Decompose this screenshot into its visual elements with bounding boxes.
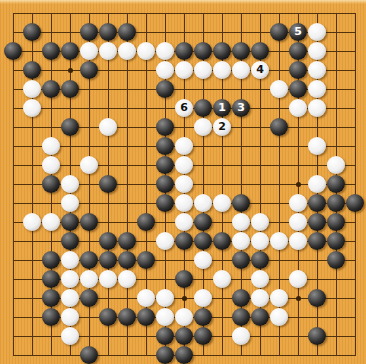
white-stone	[23, 213, 41, 231]
black-stone	[289, 23, 307, 41]
black-stone	[118, 308, 136, 326]
white-stone	[308, 137, 326, 155]
white-stone	[308, 61, 326, 79]
white-stone	[175, 61, 193, 79]
black-stone	[175, 270, 193, 288]
black-stone	[156, 80, 174, 98]
white-stone	[232, 327, 250, 345]
black-stone	[213, 232, 231, 250]
black-stone	[308, 232, 326, 250]
black-stone	[42, 175, 60, 193]
white-stone	[251, 213, 269, 231]
black-stone	[213, 42, 231, 60]
black-stone	[156, 137, 174, 155]
black-stone	[80, 289, 98, 307]
black-stone	[42, 251, 60, 269]
black-stone	[42, 289, 60, 307]
black-stone	[42, 80, 60, 98]
white-stone	[61, 175, 79, 193]
black-stone	[42, 270, 60, 288]
white-stone	[42, 156, 60, 174]
black-stone	[118, 232, 136, 250]
white-stone	[213, 270, 231, 288]
black-stone	[194, 213, 212, 231]
black-stone	[308, 213, 326, 231]
black-stone	[346, 194, 364, 212]
black-stone	[137, 213, 155, 231]
white-stone	[213, 61, 231, 79]
white-stone	[289, 99, 307, 117]
black-stone	[80, 213, 98, 231]
white-stone	[118, 42, 136, 60]
white-stone	[156, 61, 174, 79]
white-stone	[232, 213, 250, 231]
black-stone	[327, 213, 345, 231]
white-stone	[118, 270, 136, 288]
white-stone	[289, 194, 307, 212]
white-stone	[156, 308, 174, 326]
white-stone	[61, 194, 79, 212]
white-stone	[175, 308, 193, 326]
black-stone	[327, 232, 345, 250]
black-stone	[232, 251, 250, 269]
white-stone	[251, 270, 269, 288]
white-stone	[251, 289, 269, 307]
white-stone	[99, 42, 117, 60]
black-stone	[80, 251, 98, 269]
black-stone	[61, 213, 79, 231]
black-stone	[232, 308, 250, 326]
black-stone	[251, 308, 269, 326]
black-stone	[194, 99, 212, 117]
white-stone	[61, 270, 79, 288]
white-stone	[194, 289, 212, 307]
black-stone	[80, 346, 98, 364]
white-stone	[175, 137, 193, 155]
black-stone	[42, 42, 60, 60]
black-stone	[156, 327, 174, 345]
white-stone	[270, 308, 288, 326]
white-stone	[23, 80, 41, 98]
black-stone	[232, 194, 250, 212]
white-stone	[308, 42, 326, 60]
black-stone	[194, 308, 212, 326]
black-stone	[270, 23, 288, 41]
star-point	[296, 182, 301, 187]
white-stone	[270, 232, 288, 250]
white-stone	[308, 99, 326, 117]
black-stone	[232, 42, 250, 60]
white-stone	[194, 194, 212, 212]
black-stone	[61, 80, 79, 98]
black-stone	[156, 118, 174, 136]
white-stone	[270, 80, 288, 98]
black-stone	[156, 194, 174, 212]
star-point	[182, 296, 187, 301]
white-stone	[61, 327, 79, 345]
white-stone	[289, 213, 307, 231]
white-stone	[308, 175, 326, 193]
white-stone	[80, 270, 98, 288]
black-stone	[308, 289, 326, 307]
go-board[interactable]: 123456	[0, 0, 366, 364]
white-stone	[156, 42, 174, 60]
white-stone	[232, 232, 250, 250]
black-stone	[61, 118, 79, 136]
black-stone	[137, 308, 155, 326]
black-stone	[175, 327, 193, 345]
white-stone	[175, 213, 193, 231]
white-stone	[61, 289, 79, 307]
white-stone	[175, 194, 193, 212]
white-stone	[137, 42, 155, 60]
white-stone	[251, 61, 269, 79]
white-stone	[194, 251, 212, 269]
black-stone	[137, 251, 155, 269]
black-stone	[175, 42, 193, 60]
black-stone	[80, 23, 98, 41]
star-point	[296, 296, 301, 301]
black-stone	[23, 61, 41, 79]
black-stone	[23, 23, 41, 41]
black-stone	[61, 42, 79, 60]
black-stone	[327, 175, 345, 193]
black-stone	[194, 327, 212, 345]
star-point	[68, 68, 73, 73]
white-stone	[270, 289, 288, 307]
black-stone	[308, 327, 326, 345]
black-stone	[232, 289, 250, 307]
black-stone	[175, 346, 193, 364]
black-stone	[99, 175, 117, 193]
white-stone	[137, 289, 155, 307]
black-stone	[194, 232, 212, 250]
white-stone	[99, 270, 117, 288]
black-stone	[289, 80, 307, 98]
white-stone	[289, 270, 307, 288]
white-stone	[156, 232, 174, 250]
black-stone	[270, 118, 288, 136]
white-stone	[194, 118, 212, 136]
white-stone	[61, 251, 79, 269]
black-stone	[99, 308, 117, 326]
black-stone	[156, 175, 174, 193]
white-stone	[327, 156, 345, 174]
black-stone	[289, 61, 307, 79]
black-stone	[99, 251, 117, 269]
black-stone	[99, 23, 117, 41]
white-stone	[61, 308, 79, 326]
black-stone	[156, 156, 174, 174]
white-stone	[213, 118, 231, 136]
white-stone	[156, 289, 174, 307]
white-stone	[42, 137, 60, 155]
black-stone	[251, 251, 269, 269]
white-stone	[80, 156, 98, 174]
white-stone	[289, 232, 307, 250]
black-stone	[4, 42, 22, 60]
black-stone	[156, 346, 174, 364]
black-stone	[175, 232, 193, 250]
white-stone	[23, 99, 41, 117]
black-stone	[61, 232, 79, 250]
white-stone	[42, 213, 60, 231]
black-stone	[289, 42, 307, 60]
white-stone	[80, 42, 98, 60]
black-stone	[42, 308, 60, 326]
black-stone	[194, 42, 212, 60]
black-stone	[308, 194, 326, 212]
white-stone	[99, 118, 117, 136]
black-stone	[99, 232, 117, 250]
black-stone	[232, 99, 250, 117]
white-stone	[213, 194, 231, 212]
black-stone	[213, 99, 231, 117]
white-stone	[308, 80, 326, 98]
white-stone	[308, 23, 326, 41]
white-stone	[175, 156, 193, 174]
white-stone	[175, 99, 193, 117]
white-stone	[232, 61, 250, 79]
black-stone	[251, 42, 269, 60]
black-stone	[118, 23, 136, 41]
black-stone	[327, 251, 345, 269]
grid-line-vertical	[355, 13, 356, 356]
black-stone	[80, 61, 98, 79]
white-stone	[175, 175, 193, 193]
white-stone	[194, 61, 212, 79]
black-stone	[327, 194, 345, 212]
white-stone	[251, 232, 269, 250]
black-stone	[118, 251, 136, 269]
